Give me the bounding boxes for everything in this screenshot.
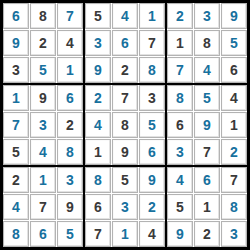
cell-r4c1[interactable]: 1 [3,85,29,111]
cell-r3c1[interactable]: 3 [3,57,29,83]
cell-r7c2[interactable]: 1 [30,167,56,193]
sudoku-box-5: 273485196 [85,85,165,165]
cell-r1c1[interactable]: 6 [3,3,29,29]
cell-r4c5[interactable]: 7 [112,85,138,111]
cell-r6c2[interactable]: 4 [30,139,56,165]
cell-r1c4[interactable]: 5 [85,3,111,29]
cell-r6c3[interactable]: 8 [57,139,83,165]
cell-r2c3[interactable]: 4 [57,30,83,56]
cell-r5c7[interactable]: 6 [167,112,193,138]
cell-r9c7[interactable]: 9 [167,221,193,247]
cell-r1c8[interactable]: 3 [194,3,220,29]
cell-r1c9[interactable]: 9 [221,3,247,29]
cell-r5c6[interactable]: 5 [139,112,165,138]
cell-r2c1[interactable]: 9 [3,30,29,56]
cell-r1c3[interactable]: 7 [57,3,83,29]
cell-r8c8[interactable]: 1 [194,194,220,220]
sudoku-box-4: 196732548 [3,85,83,165]
cell-r6c4[interactable]: 1 [85,139,111,165]
cell-r8c3[interactable]: 9 [57,194,83,220]
cell-r1c2[interactable]: 8 [30,3,56,29]
cell-r9c4[interactable]: 7 [85,221,111,247]
cell-r7c7[interactable]: 4 [167,167,193,193]
cell-r8c2[interactable]: 7 [30,194,56,220]
sudoku-box-7: 213479865 [3,167,83,247]
sudoku-box-3: 239185746 [167,3,247,83]
cell-r1c6[interactable]: 1 [139,3,165,29]
cell-r2c7[interactable]: 1 [167,30,193,56]
cell-r7c1[interactable]: 2 [3,167,29,193]
cell-r7c9[interactable]: 7 [221,167,247,193]
cell-r3c2[interactable]: 5 [30,57,56,83]
cell-r3c6[interactable]: 8 [139,57,165,83]
cell-r8c9[interactable]: 8 [221,194,247,220]
cell-r9c6[interactable]: 4 [139,221,165,247]
cell-r6c8[interactable]: 7 [194,139,220,165]
cell-r4c9[interactable]: 4 [221,85,247,111]
cell-r2c4[interactable]: 3 [85,30,111,56]
cell-r9c3[interactable]: 5 [57,221,83,247]
cell-r5c5[interactable]: 8 [112,112,138,138]
sudoku-board: 6879243515413679282391857461967325482734… [0,0,250,250]
sudoku-box-2: 541367928 [85,3,165,83]
cell-r5c1[interactable]: 7 [3,112,29,138]
cell-r3c5[interactable]: 2 [112,57,138,83]
cell-r2c2[interactable]: 2 [30,30,56,56]
cell-r7c4[interactable]: 8 [85,167,111,193]
cell-r6c7[interactable]: 3 [167,139,193,165]
sudoku-box-1: 687924351 [3,3,83,83]
cell-r4c3[interactable]: 6 [57,85,83,111]
cell-r9c8[interactable]: 2 [194,221,220,247]
cell-r2c5[interactable]: 6 [112,30,138,56]
cell-r2c9[interactable]: 5 [221,30,247,56]
cell-r8c1[interactable]: 4 [3,194,29,220]
cell-r3c4[interactable]: 9 [85,57,111,83]
cell-r8c5[interactable]: 3 [112,194,138,220]
cell-r1c5[interactable]: 4 [112,3,138,29]
cell-r5c9[interactable]: 1 [221,112,247,138]
cell-r3c3[interactable]: 1 [57,57,83,83]
cell-r9c9[interactable]: 3 [221,221,247,247]
cell-r9c5[interactable]: 1 [112,221,138,247]
cell-r5c4[interactable]: 4 [85,112,111,138]
cell-r4c7[interactable]: 8 [167,85,193,111]
cell-r7c6[interactable]: 9 [139,167,165,193]
cell-r7c5[interactable]: 5 [112,167,138,193]
cell-r3c7[interactable]: 7 [167,57,193,83]
sudoku-box-9: 467518923 [167,167,247,247]
cell-r9c2[interactable]: 6 [30,221,56,247]
cell-r7c3[interactable]: 3 [57,167,83,193]
cell-r7c8[interactable]: 6 [194,167,220,193]
cell-r8c4[interactable]: 6 [85,194,111,220]
cell-r2c8[interactable]: 8 [194,30,220,56]
cell-r8c7[interactable]: 5 [167,194,193,220]
cell-r1c7[interactable]: 2 [167,3,193,29]
sudoku-box-6: 854691372 [167,85,247,165]
cell-r6c1[interactable]: 5 [3,139,29,165]
cell-r2c6[interactable]: 7 [139,30,165,56]
cell-r5c3[interactable]: 2 [57,112,83,138]
cell-r5c2[interactable]: 3 [30,112,56,138]
cell-r9c1[interactable]: 8 [3,221,29,247]
cell-r6c9[interactable]: 2 [221,139,247,165]
cell-r3c8[interactable]: 4 [194,57,220,83]
cell-r8c6[interactable]: 2 [139,194,165,220]
cell-r5c8[interactable]: 9 [194,112,220,138]
cell-r6c5[interactable]: 9 [112,139,138,165]
cell-r3c9[interactable]: 6 [221,57,247,83]
cell-r4c4[interactable]: 2 [85,85,111,111]
cell-r4c8[interactable]: 5 [194,85,220,111]
cell-r6c6[interactable]: 6 [139,139,165,165]
cell-r4c6[interactable]: 3 [139,85,165,111]
cell-r4c2[interactable]: 9 [30,85,56,111]
sudoku-box-8: 859632714 [85,167,165,247]
